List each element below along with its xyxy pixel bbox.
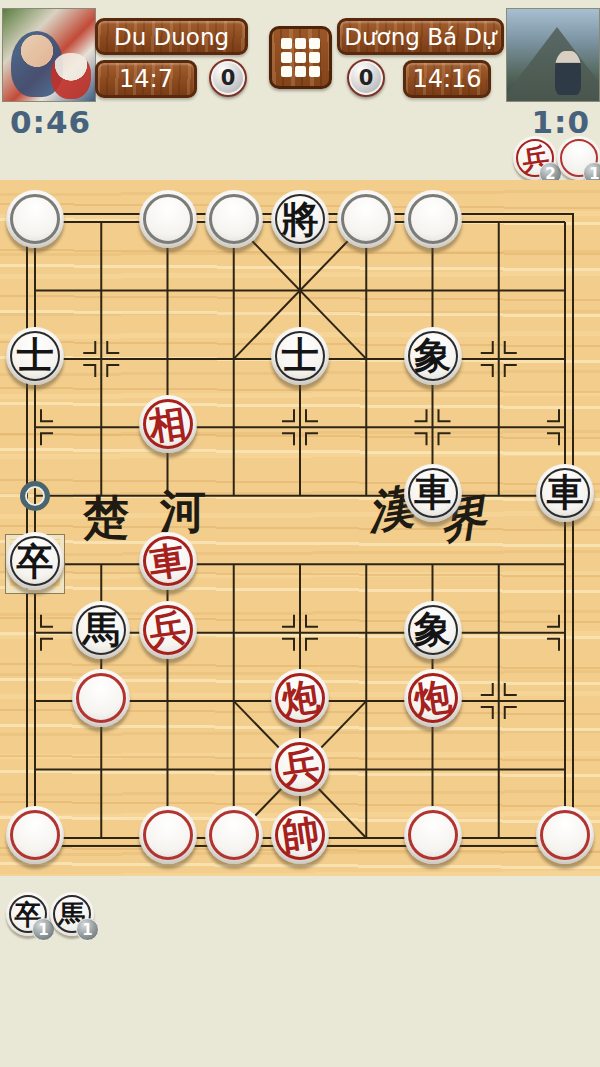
piece-black-elephant[interactable]: 象 xyxy=(404,327,462,385)
piece-ring xyxy=(10,810,60,860)
avatar-photo-shape xyxy=(555,51,581,95)
right-player-clock: 14:16 xyxy=(403,60,491,98)
piece-red-general[interactable]: 帥 xyxy=(271,806,329,864)
piece-black-pawn[interactable]: 卒 xyxy=(6,532,64,590)
piece-red-cannon[interactable]: 炮 xyxy=(271,669,329,727)
piece-character: 象 xyxy=(414,337,451,374)
piece-black-chariot[interactable]: 車 xyxy=(536,464,594,522)
piece-character: 馬 xyxy=(83,611,120,648)
piece-character: 車 xyxy=(147,540,189,582)
piece-red-covered[interactable] xyxy=(404,806,462,864)
piece-ring xyxy=(143,810,193,860)
left-player-capture-badge: 0 xyxy=(209,59,247,97)
piece-black-horse[interactable]: 馬 xyxy=(72,601,130,659)
piece-character: 車 xyxy=(414,474,451,511)
piece-ring xyxy=(209,810,259,860)
piece-black-elephant[interactable]: 象 xyxy=(404,601,462,659)
piece-red-chariot[interactable]: 車 xyxy=(139,532,197,590)
piece-black-covered[interactable] xyxy=(205,190,263,248)
captured-piece-black-horse: 馬1 xyxy=(50,892,94,936)
left-move-timer: 0:46 xyxy=(10,104,91,140)
piece-red-pawn[interactable]: 兵 xyxy=(139,601,197,659)
piece-character: 炮 xyxy=(412,677,454,719)
piece-ring xyxy=(10,194,60,244)
piece-character: 帥 xyxy=(279,814,321,856)
piece-character: 將 xyxy=(282,201,319,238)
piece-character: 車 xyxy=(547,474,584,511)
menu-button[interactable] xyxy=(269,26,332,89)
piece-red-elephant[interactable]: 相 xyxy=(139,395,197,453)
piece-ring xyxy=(341,194,391,244)
piece-character: 兵 xyxy=(147,609,189,651)
piece-red-pawn[interactable]: 兵 xyxy=(271,738,329,796)
xiangqi-board[interactable]: 楚河漢界 將士士象相車車卒車馬兵象炮炮兵帥 xyxy=(0,180,600,876)
piece-black-covered[interactable] xyxy=(404,190,462,248)
right-player-avatar[interactable] xyxy=(506,8,600,102)
piece-character: 炮 xyxy=(279,677,321,719)
piece-ring xyxy=(143,194,193,244)
piece-ring xyxy=(408,194,458,244)
piece-character: 卒 xyxy=(17,543,54,580)
last-move-from-marker xyxy=(20,481,50,511)
right-player-capture-badge: 0 xyxy=(347,59,385,97)
left-player-clock: 14:7 xyxy=(95,60,197,98)
piece-black-advisor[interactable]: 士 xyxy=(6,327,64,385)
piece-black-covered[interactable] xyxy=(139,190,197,248)
right-player-name: Dương Bá Dự xyxy=(337,18,504,55)
piece-black-covered[interactable] xyxy=(6,190,64,248)
piece-black-general[interactable]: 將 xyxy=(271,190,329,248)
piece-character: 士 xyxy=(282,337,319,374)
grid-icon xyxy=(281,38,320,77)
piece-character: 兵 xyxy=(279,746,321,788)
avatar-photo-shape xyxy=(506,27,600,101)
captured-piece-red-covered: 1 xyxy=(557,136,600,180)
left-player-avatar[interactable] xyxy=(2,8,96,102)
piece-ring xyxy=(209,194,259,244)
piece-ring xyxy=(408,810,458,860)
piece-black-chariot[interactable]: 車 xyxy=(404,464,462,522)
river-char: 楚 xyxy=(83,494,129,540)
piece-black-covered[interactable] xyxy=(337,190,395,248)
captured-piece-red-pawn: 兵2 xyxy=(513,136,557,180)
piece-ring xyxy=(540,810,590,860)
left-player-name: Du Duong xyxy=(95,18,248,55)
avatar-photo-shape xyxy=(51,53,91,99)
piece-red-cannon[interactable]: 炮 xyxy=(404,669,462,727)
captured-piece-black-pawn: 卒1 xyxy=(6,892,50,936)
piece-red-covered[interactable] xyxy=(6,806,64,864)
piece-red-covered[interactable] xyxy=(72,669,130,727)
river-char: 河 xyxy=(160,488,206,534)
piece-red-covered[interactable] xyxy=(139,806,197,864)
piece-black-advisor[interactable]: 士 xyxy=(271,327,329,385)
piece-character: 象 xyxy=(414,611,451,648)
right-move-timer: 1:0 xyxy=(531,104,590,140)
piece-red-covered[interactable] xyxy=(205,806,263,864)
piece-character: 士 xyxy=(17,337,54,374)
piece-ring xyxy=(76,673,126,723)
captured-count-badge: 1 xyxy=(76,918,99,941)
piece-red-covered[interactable] xyxy=(536,806,594,864)
piece-character: 相 xyxy=(147,403,189,445)
